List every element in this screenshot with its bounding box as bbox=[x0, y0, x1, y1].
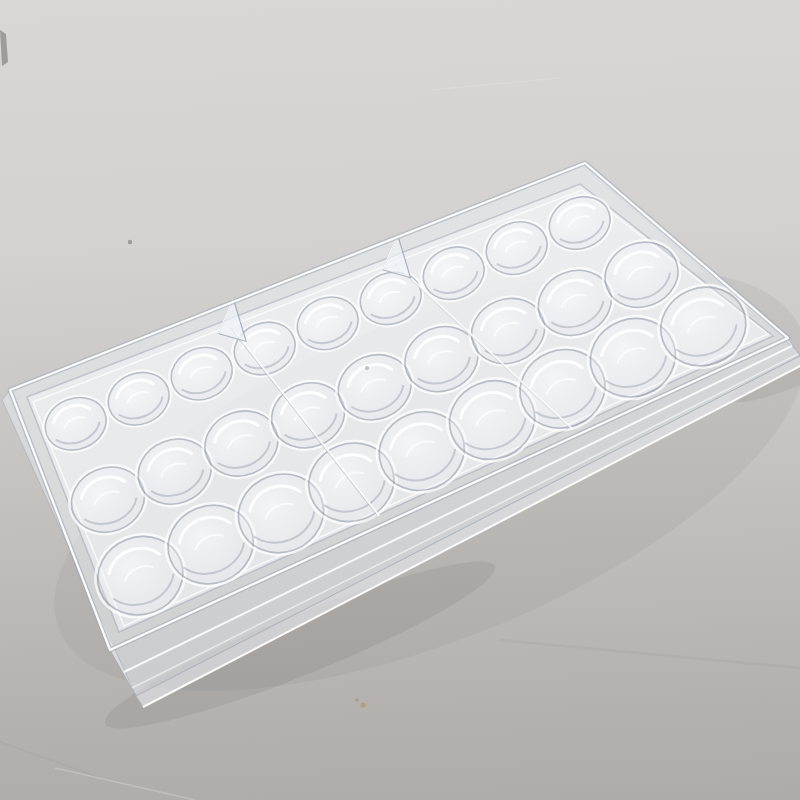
surface-speck bbox=[0, 30, 8, 66]
surface-scratch bbox=[0, 742, 95, 776]
surface-speck bbox=[360, 702, 365, 707]
product-photo-mold-tray bbox=[0, 0, 800, 800]
surface-speck bbox=[128, 240, 132, 244]
photo-background bbox=[0, 0, 800, 800]
surface-speck bbox=[356, 699, 359, 702]
bubble-dot bbox=[365, 366, 369, 370]
surface-scratch bbox=[430, 78, 560, 90]
surface-scratch bbox=[55, 768, 195, 800]
surface-scratch bbox=[500, 640, 800, 668]
